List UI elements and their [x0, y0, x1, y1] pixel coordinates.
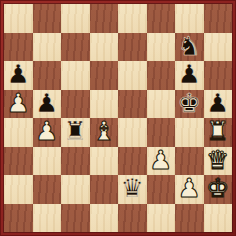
square-a1[interactable]: [4, 204, 33, 233]
piece-black-queen: ♛: [121, 175, 144, 201]
square-c7[interactable]: [61, 33, 90, 62]
square-f3[interactable]: ♟: [147, 147, 176, 176]
piece-black-pawn: ♟: [206, 90, 229, 116]
square-b3[interactable]: [33, 147, 62, 176]
square-c1[interactable]: [61, 204, 90, 233]
square-d4[interactable]: ♝: [90, 118, 119, 147]
square-h5[interactable]: ♟: [204, 90, 233, 119]
square-c4[interactable]: ♜: [61, 118, 90, 147]
square-g2[interactable]: ♟: [175, 175, 204, 204]
square-b1[interactable]: [33, 204, 62, 233]
square-g5[interactable]: ♚: [175, 90, 204, 119]
chess-board: ♞♟♟♟♟♚♟♟♜♝♜♟♛♛♟♚: [4, 4, 232, 232]
square-g7[interactable]: ♞: [175, 33, 204, 62]
square-a2[interactable]: [4, 175, 33, 204]
square-a3[interactable]: [4, 147, 33, 176]
square-f2[interactable]: [147, 175, 176, 204]
square-a8[interactable]: [4, 4, 33, 33]
square-g4[interactable]: [175, 118, 204, 147]
square-c6[interactable]: [61, 61, 90, 90]
piece-black-pawn: ♟: [7, 61, 30, 87]
square-c5[interactable]: [61, 90, 90, 119]
piece-white-pawn: ♟: [7, 90, 30, 116]
square-c3[interactable]: [61, 147, 90, 176]
square-d1[interactable]: [90, 204, 119, 233]
piece-white-queen: ♛: [206, 147, 229, 173]
square-e4[interactable]: [118, 118, 147, 147]
square-d8[interactable]: [90, 4, 119, 33]
piece-white-king: ♚: [206, 175, 229, 201]
piece-white-pawn: ♟: [35, 118, 58, 144]
square-h3[interactable]: ♛: [204, 147, 233, 176]
square-a5[interactable]: ♟: [4, 90, 33, 119]
square-f4[interactable]: [147, 118, 176, 147]
square-d2[interactable]: [90, 175, 119, 204]
square-b6[interactable]: [33, 61, 62, 90]
square-h6[interactable]: [204, 61, 233, 90]
square-a4[interactable]: [4, 118, 33, 147]
piece-black-pawn: ♟: [178, 61, 201, 87]
piece-white-bishop: ♝: [92, 118, 115, 144]
square-a6[interactable]: ♟: [4, 61, 33, 90]
square-e6[interactable]: [118, 61, 147, 90]
square-d6[interactable]: [90, 61, 119, 90]
square-f1[interactable]: [147, 204, 176, 233]
square-g3[interactable]: [175, 147, 204, 176]
square-d5[interactable]: [90, 90, 119, 119]
square-b8[interactable]: [33, 4, 62, 33]
square-h1[interactable]: [204, 204, 233, 233]
piece-black-rook: ♜: [64, 118, 87, 144]
square-h7[interactable]: [204, 33, 233, 62]
square-e7[interactable]: [118, 33, 147, 62]
square-b5[interactable]: ♟: [33, 90, 62, 119]
square-e5[interactable]: [118, 90, 147, 119]
square-e2[interactable]: ♛: [118, 175, 147, 204]
square-e8[interactable]: [118, 4, 147, 33]
square-a7[interactable]: [4, 33, 33, 62]
square-b7[interactable]: [33, 33, 62, 62]
square-g6[interactable]: ♟: [175, 61, 204, 90]
square-h8[interactable]: [204, 4, 233, 33]
square-e3[interactable]: [118, 147, 147, 176]
square-d3[interactable]: [90, 147, 119, 176]
square-f8[interactable]: [147, 4, 176, 33]
square-g1[interactable]: [175, 204, 204, 233]
square-e1[interactable]: [118, 204, 147, 233]
square-b2[interactable]: [33, 175, 62, 204]
piece-white-rook: ♜: [206, 118, 229, 144]
piece-black-king: ♚: [178, 90, 201, 116]
chess-board-frame: ♞♟♟♟♟♚♟♟♜♝♜♟♛♛♟♚: [0, 0, 236, 236]
square-h4[interactable]: ♜: [204, 118, 233, 147]
piece-black-knight: ♞: [178, 33, 201, 59]
square-c2[interactable]: [61, 175, 90, 204]
square-f7[interactable]: [147, 33, 176, 62]
square-f5[interactable]: [147, 90, 176, 119]
square-h2[interactable]: ♚: [204, 175, 233, 204]
square-g8[interactable]: [175, 4, 204, 33]
piece-white-pawn: ♟: [178, 175, 201, 201]
piece-white-pawn: ♟: [149, 147, 172, 173]
square-c8[interactable]: [61, 4, 90, 33]
piece-black-pawn: ♟: [35, 90, 58, 116]
square-f6[interactable]: [147, 61, 176, 90]
square-d7[interactable]: [90, 33, 119, 62]
square-b4[interactable]: ♟: [33, 118, 62, 147]
